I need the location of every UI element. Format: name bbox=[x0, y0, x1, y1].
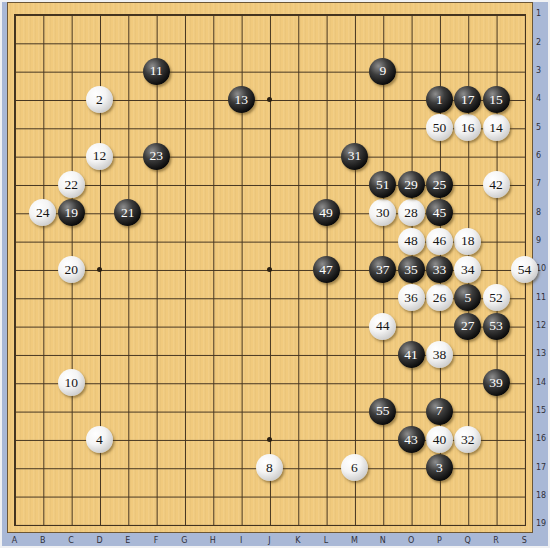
stone-white-34-Q10: 34 bbox=[454, 256, 481, 283]
stone-white-38-P13: 38 bbox=[426, 341, 453, 368]
stone-black-21-E8: 21 bbox=[114, 199, 141, 226]
row-label-18: 18 bbox=[533, 481, 550, 509]
stone-black-35-O10: 35 bbox=[398, 256, 425, 283]
stone-white-52-R11: 52 bbox=[483, 284, 510, 311]
go-game-window: 1234567891011121314151617181920212223242… bbox=[0, 0, 550, 548]
stone-white-42-R7: 42 bbox=[483, 171, 510, 198]
stone-black-11-F3: 11 bbox=[143, 58, 170, 85]
row-label-5: 5 bbox=[533, 113, 550, 141]
stone-white-6-M17: 6 bbox=[341, 454, 368, 481]
row-label-13: 13 bbox=[533, 340, 550, 368]
stone-white-24-B8: 24 bbox=[29, 199, 56, 226]
row-label-11: 11 bbox=[533, 283, 550, 311]
stone-white-26-P11: 26 bbox=[426, 284, 453, 311]
stone-white-48-O9: 48 bbox=[398, 228, 425, 255]
stone-black-29-O7: 29 bbox=[398, 171, 425, 198]
stone-black-25-P7: 25 bbox=[426, 171, 453, 198]
stone-black-27-Q12: 27 bbox=[454, 313, 481, 340]
star-point-J16 bbox=[267, 437, 272, 442]
column-label-G: G bbox=[170, 534, 198, 547]
row-label-17: 17 bbox=[533, 453, 550, 481]
row-label-4: 4 bbox=[533, 85, 550, 113]
stone-black-23-F6: 23 bbox=[143, 143, 170, 170]
stone-black-53-R12: 53 bbox=[483, 313, 510, 340]
stone-black-19-C8: 19 bbox=[58, 199, 85, 226]
row-label-12: 12 bbox=[533, 311, 550, 339]
stone-white-10-C14: 10 bbox=[58, 369, 85, 396]
column-label-H: H bbox=[199, 534, 227, 547]
column-label-F: F bbox=[142, 534, 170, 547]
column-label-K: K bbox=[284, 534, 312, 547]
stone-black-39-R14: 39 bbox=[483, 369, 510, 396]
column-label-L: L bbox=[312, 534, 340, 547]
row-label-16: 16 bbox=[533, 425, 550, 453]
column-label-E: E bbox=[114, 534, 142, 547]
stone-black-1-P4: 1 bbox=[426, 86, 453, 113]
stone-black-45-P8: 45 bbox=[426, 199, 453, 226]
column-label-N: N bbox=[369, 534, 397, 547]
stone-white-46-P9: 46 bbox=[426, 228, 453, 255]
column-label-P: P bbox=[425, 534, 453, 547]
stone-white-32-Q16: 32 bbox=[454, 426, 481, 453]
column-coordinate-labels: ABCDEFGHIJKLMNOPQRS bbox=[0, 534, 538, 547]
column-label-D: D bbox=[85, 534, 113, 547]
stone-black-43-O16: 43 bbox=[398, 426, 425, 453]
stone-black-51-N7: 51 bbox=[369, 171, 396, 198]
column-label-A: A bbox=[0, 534, 28, 547]
star-point-J4 bbox=[267, 97, 272, 102]
row-label-6: 6 bbox=[533, 141, 550, 169]
stone-white-36-O11: 36 bbox=[398, 284, 425, 311]
stone-black-5-Q11: 5 bbox=[454, 284, 481, 311]
row-label-14: 14 bbox=[533, 368, 550, 396]
stone-white-12-D6: 12 bbox=[86, 143, 113, 170]
stone-black-47-L10: 47 bbox=[313, 256, 340, 283]
stone-white-50-P5: 50 bbox=[426, 114, 453, 141]
row-label-7: 7 bbox=[533, 170, 550, 198]
column-label-B: B bbox=[29, 534, 57, 547]
star-point-D10 bbox=[97, 267, 102, 272]
row-label-15: 15 bbox=[533, 396, 550, 424]
row-label-8: 8 bbox=[533, 198, 550, 226]
column-label-M: M bbox=[340, 534, 368, 547]
stone-white-22-C7: 22 bbox=[58, 171, 85, 198]
stone-black-49-L8: 49 bbox=[313, 199, 340, 226]
stone-white-4-D16: 4 bbox=[86, 426, 113, 453]
stone-white-2-D4: 2 bbox=[86, 86, 113, 113]
stone-black-41-O13: 41 bbox=[398, 341, 425, 368]
stone-white-44-N12: 44 bbox=[369, 313, 396, 340]
stone-black-55-N15: 55 bbox=[369, 398, 396, 425]
stone-white-20-C10: 20 bbox=[58, 256, 85, 283]
stone-white-40-P16: 40 bbox=[426, 426, 453, 453]
stone-white-28-O8: 28 bbox=[398, 199, 425, 226]
stone-black-13-I4: 13 bbox=[228, 86, 255, 113]
stone-white-30-N8: 30 bbox=[369, 199, 396, 226]
stone-white-8-J17: 8 bbox=[256, 454, 283, 481]
stone-black-17-Q4: 17 bbox=[454, 86, 481, 113]
column-label-S: S bbox=[510, 534, 538, 547]
goban-grid[interactable]: 1234567891011121314151617181920212223242… bbox=[0, 0, 538, 538]
column-label-O: O bbox=[397, 534, 425, 547]
stone-black-31-M6: 31 bbox=[341, 143, 368, 170]
stone-white-14-R5: 14 bbox=[483, 114, 510, 141]
row-label-3: 3 bbox=[533, 56, 550, 84]
stone-white-18-Q9: 18 bbox=[454, 228, 481, 255]
row-label-9: 9 bbox=[533, 226, 550, 254]
row-label-1: 1 bbox=[533, 0, 550, 28]
stone-black-9-N3: 9 bbox=[369, 58, 396, 85]
row-label-2: 2 bbox=[533, 28, 550, 56]
stone-white-16-Q5: 16 bbox=[454, 114, 481, 141]
stone-black-7-P15: 7 bbox=[426, 398, 453, 425]
stone-black-15-R4: 15 bbox=[483, 86, 510, 113]
stone-black-3-P17: 3 bbox=[426, 454, 453, 481]
stone-black-37-N10: 37 bbox=[369, 256, 396, 283]
stone-white-54-S10: 54 bbox=[511, 256, 538, 283]
column-label-C: C bbox=[57, 534, 85, 547]
column-label-Q: Q bbox=[454, 534, 482, 547]
star-point-J10 bbox=[267, 267, 272, 272]
column-label-R: R bbox=[482, 534, 510, 547]
column-label-J: J bbox=[255, 534, 283, 547]
stone-black-33-P10: 33 bbox=[426, 256, 453, 283]
column-label-I: I bbox=[227, 534, 255, 547]
go-board[interactable]: 1234567891011121314151617181920212223242… bbox=[7, 2, 533, 533]
